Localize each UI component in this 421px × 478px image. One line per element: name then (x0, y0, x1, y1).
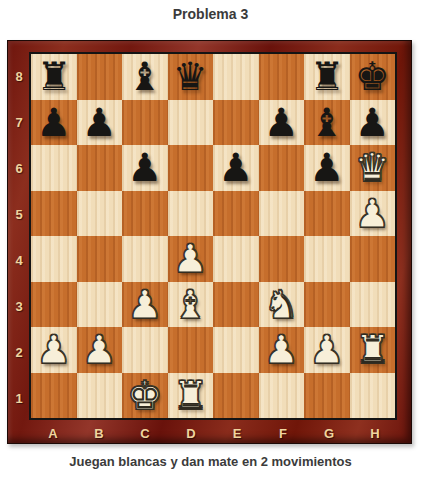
square-e5[interactable] (213, 191, 259, 237)
white-rook: ♜ (173, 376, 208, 415)
square-e4[interactable] (213, 236, 259, 282)
white-queen: ♛ (355, 148, 390, 187)
square-d7[interactable] (168, 100, 214, 146)
square-e7[interactable] (213, 100, 259, 146)
square-b6[interactable] (77, 145, 123, 191)
square-f1[interactable] (259, 373, 305, 419)
square-a1[interactable] (31, 373, 77, 419)
square-a7[interactable]: ♟ (31, 100, 77, 146)
black-pawn: ♟ (82, 103, 117, 142)
rank-label-2: 2 (8, 329, 30, 375)
black-king: ♚ (355, 57, 390, 96)
square-g6[interactable]: ♟ (304, 145, 350, 191)
white-knight: ♞ (264, 285, 299, 324)
black-pawn: ♟ (264, 103, 299, 142)
black-pawn: ♟ (127, 148, 162, 187)
black-pawn: ♟ (218, 148, 253, 187)
file-label-c: C (122, 421, 168, 445)
square-d5[interactable] (168, 191, 214, 237)
square-h7[interactable]: ♟ (350, 100, 396, 146)
square-d6[interactable] (168, 145, 214, 191)
white-pawn: ♟ (36, 330, 71, 369)
rank-label-8: 8 (8, 53, 30, 99)
white-rook: ♜ (355, 330, 390, 369)
square-d3[interactable]: ♝ (168, 282, 214, 328)
black-rook: ♜ (36, 57, 71, 96)
white-pawn: ♟ (264, 330, 299, 369)
black-pawn: ♟ (309, 148, 344, 187)
square-c1[interactable]: ♚ (122, 373, 168, 419)
square-a6[interactable] (31, 145, 77, 191)
square-h2[interactable]: ♜ (350, 327, 396, 373)
file-labels: ABCDEFGH (30, 421, 398, 445)
square-d1[interactable]: ♜ (168, 373, 214, 419)
square-b3[interactable] (77, 282, 123, 328)
square-f6[interactable] (259, 145, 305, 191)
square-a5[interactable] (31, 191, 77, 237)
rank-label-7: 7 (8, 99, 30, 145)
square-e2[interactable] (213, 327, 259, 373)
square-g7[interactable]: ♝ (304, 100, 350, 146)
square-c5[interactable] (122, 191, 168, 237)
square-g5[interactable] (304, 191, 350, 237)
square-g8[interactable]: ♜ (304, 54, 350, 100)
square-g2[interactable]: ♟ (304, 327, 350, 373)
rank-label-5: 5 (8, 191, 30, 237)
file-label-b: B (76, 421, 122, 445)
chess-board: ♜♝♛♜♚♟♟♟♝♟♟♟♟♛♟♟♟♝♞♟♟♟♟♜♚♜ (29, 52, 397, 420)
square-e3[interactable] (213, 282, 259, 328)
black-pawn: ♟ (355, 103, 390, 142)
square-b4[interactable] (77, 236, 123, 282)
white-pawn: ♟ (127, 285, 162, 324)
square-b7[interactable]: ♟ (77, 100, 123, 146)
white-pawn: ♟ (82, 330, 117, 369)
square-c4[interactable] (122, 236, 168, 282)
file-label-e: E (214, 421, 260, 445)
file-label-d: D (168, 421, 214, 445)
square-h1[interactable] (350, 373, 396, 419)
chess-board-frame: 87654321 ♜♝♛♜♚♟♟♟♝♟♟♟♟♛♟♟♟♝♞♟♟♟♟♜♚♜ ABCD… (7, 40, 412, 444)
black-bishop: ♝ (127, 57, 162, 96)
square-f3[interactable]: ♞ (259, 282, 305, 328)
file-label-a: A (30, 421, 76, 445)
square-b1[interactable] (77, 373, 123, 419)
square-b2[interactable]: ♟ (77, 327, 123, 373)
square-e8[interactable] (213, 54, 259, 100)
square-d2[interactable] (168, 327, 214, 373)
file-label-f: F (260, 421, 306, 445)
square-d8[interactable]: ♛ (168, 54, 214, 100)
square-g3[interactable] (304, 282, 350, 328)
square-d4[interactable]: ♟ (168, 236, 214, 282)
square-f5[interactable] (259, 191, 305, 237)
square-h5[interactable]: ♟ (350, 191, 396, 237)
rank-label-1: 1 (8, 375, 30, 421)
rank-labels: 87654321 (8, 53, 30, 421)
square-a3[interactable] (31, 282, 77, 328)
white-bishop: ♝ (173, 285, 208, 324)
square-b5[interactable] (77, 191, 123, 237)
square-e1[interactable] (213, 373, 259, 419)
black-rook: ♜ (309, 57, 344, 96)
square-g1[interactable] (304, 373, 350, 419)
square-a2[interactable]: ♟ (31, 327, 77, 373)
square-f7[interactable]: ♟ (259, 100, 305, 146)
square-b8[interactable] (77, 54, 123, 100)
square-c3[interactable]: ♟ (122, 282, 168, 328)
square-f2[interactable]: ♟ (259, 327, 305, 373)
square-h8[interactable]: ♚ (350, 54, 396, 100)
square-h6[interactable]: ♛ (350, 145, 396, 191)
square-a4[interactable] (31, 236, 77, 282)
square-a8[interactable]: ♜ (31, 54, 77, 100)
square-g4[interactable] (304, 236, 350, 282)
rank-label-4: 4 (8, 237, 30, 283)
white-pawn: ♟ (355, 194, 390, 233)
rank-label-6: 6 (8, 145, 30, 191)
black-queen: ♛ (173, 57, 208, 96)
rank-label-3: 3 (8, 283, 30, 329)
square-e6[interactable]: ♟ (213, 145, 259, 191)
black-pawn: ♟ (36, 103, 71, 142)
square-h3[interactable] (350, 282, 396, 328)
square-f8[interactable] (259, 54, 305, 100)
white-king: ♚ (127, 376, 162, 415)
white-pawn: ♟ (309, 330, 344, 369)
page-title: Problema 3 (0, 6, 421, 22)
square-c2[interactable] (122, 327, 168, 373)
square-h4[interactable] (350, 236, 396, 282)
page: Problema 3 87654321 ♜♝♛♜♚♟♟♟♝♟♟♟♟♛♟♟♟♝♞♟… (0, 0, 421, 478)
black-bishop: ♝ (309, 103, 344, 142)
square-c6[interactable]: ♟ (122, 145, 168, 191)
white-pawn: ♟ (173, 239, 208, 278)
file-label-g: G (306, 421, 352, 445)
square-c8[interactable]: ♝ (122, 54, 168, 100)
file-label-h: H (352, 421, 398, 445)
caption: Juegan blancas y dan mate en 2 movimient… (0, 454, 421, 469)
square-f4[interactable] (259, 236, 305, 282)
square-c7[interactable] (122, 100, 168, 146)
